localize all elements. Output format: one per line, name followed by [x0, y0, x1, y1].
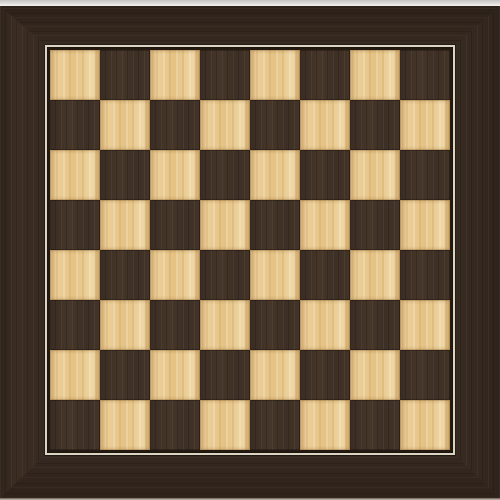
- square-e6[interactable]: [250, 150, 300, 200]
- square-e5[interactable]: [250, 200, 300, 250]
- square-d3[interactable]: [200, 300, 250, 350]
- frame-rail-left: [0, 6, 45, 498]
- square-h3[interactable]: [400, 300, 450, 350]
- frame-rail-bottom: [0, 455, 500, 498]
- square-b6[interactable]: [100, 150, 150, 200]
- square-d7[interactable]: [200, 100, 250, 150]
- square-a6[interactable]: [50, 150, 100, 200]
- square-a1[interactable]: [50, 400, 100, 450]
- square-d6[interactable]: [200, 150, 250, 200]
- square-a4[interactable]: [50, 250, 100, 300]
- square-g6[interactable]: [350, 150, 400, 200]
- square-b1[interactable]: [100, 400, 150, 450]
- square-e2[interactable]: [250, 350, 300, 400]
- square-c3[interactable]: [150, 300, 200, 350]
- square-f3[interactable]: [300, 300, 350, 350]
- square-e4[interactable]: [250, 250, 300, 300]
- square-e7[interactable]: [250, 100, 300, 150]
- square-g8[interactable]: [350, 50, 400, 100]
- square-h2[interactable]: [400, 350, 450, 400]
- square-c6[interactable]: [150, 150, 200, 200]
- square-a5[interactable]: [50, 200, 100, 250]
- square-c8[interactable]: [150, 50, 200, 100]
- square-e3[interactable]: [250, 300, 300, 350]
- square-e1[interactable]: [250, 400, 300, 450]
- square-b7[interactable]: [100, 100, 150, 150]
- square-g4[interactable]: [350, 250, 400, 300]
- square-d2[interactable]: [200, 350, 250, 400]
- square-h8[interactable]: [400, 50, 450, 100]
- square-g1[interactable]: [350, 400, 400, 450]
- square-e8[interactable]: [250, 50, 300, 100]
- square-h4[interactable]: [400, 250, 450, 300]
- square-h5[interactable]: [400, 200, 450, 250]
- square-h6[interactable]: [400, 150, 450, 200]
- square-a2[interactable]: [50, 350, 100, 400]
- square-f1[interactable]: [300, 400, 350, 450]
- frame-rail-top: [0, 6, 500, 45]
- square-b5[interactable]: [100, 200, 150, 250]
- square-h7[interactable]: [400, 100, 450, 150]
- square-f2[interactable]: [300, 350, 350, 400]
- square-f5[interactable]: [300, 200, 350, 250]
- square-g5[interactable]: [350, 200, 400, 250]
- square-a8[interactable]: [50, 50, 100, 100]
- frame-rail-right: [455, 6, 500, 498]
- square-d4[interactable]: [200, 250, 250, 300]
- square-a7[interactable]: [50, 100, 100, 150]
- square-a3[interactable]: [50, 300, 100, 350]
- square-g3[interactable]: [350, 300, 400, 350]
- square-b3[interactable]: [100, 300, 150, 350]
- square-c5[interactable]: [150, 200, 200, 250]
- square-f7[interactable]: [300, 100, 350, 150]
- square-f8[interactable]: [300, 50, 350, 100]
- square-f6[interactable]: [300, 150, 350, 200]
- square-c7[interactable]: [150, 100, 200, 150]
- square-d8[interactable]: [200, 50, 250, 100]
- square-c2[interactable]: [150, 350, 200, 400]
- square-b8[interactable]: [100, 50, 150, 100]
- square-d1[interactable]: [200, 400, 250, 450]
- chess-board: [50, 50, 450, 450]
- square-g7[interactable]: [350, 100, 400, 150]
- chessboard-photo: [0, 0, 500, 500]
- square-f4[interactable]: [300, 250, 350, 300]
- square-d5[interactable]: [200, 200, 250, 250]
- board-inlay-border: [45, 45, 455, 455]
- square-h1[interactable]: [400, 400, 450, 450]
- square-b2[interactable]: [100, 350, 150, 400]
- square-g2[interactable]: [350, 350, 400, 400]
- square-c4[interactable]: [150, 250, 200, 300]
- square-c1[interactable]: [150, 400, 200, 450]
- photo-top-edge: [0, 0, 500, 6]
- square-b4[interactable]: [100, 250, 150, 300]
